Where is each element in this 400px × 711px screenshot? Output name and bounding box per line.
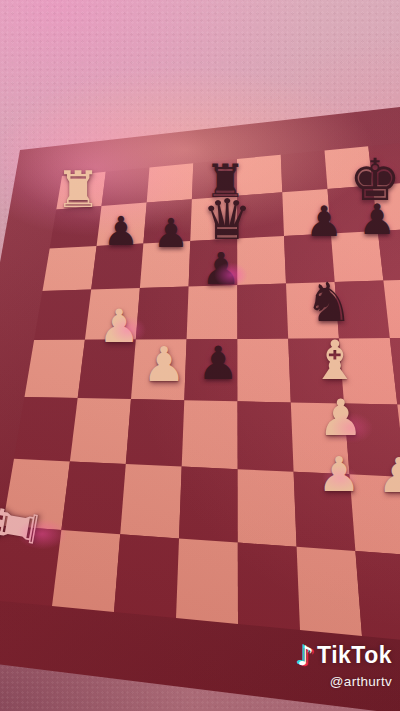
tiktok-watermark: ♪ TikTok @arthurtv [297,640,392,689]
square-b4 [78,340,136,400]
square-a2 [3,459,70,530]
creator-handle: @arthurtv [297,674,392,689]
square-g4 [339,338,397,404]
square-c2 [120,464,182,538]
square-a6 [43,246,97,291]
square-b1 [52,530,120,612]
square-d5 [187,285,238,339]
square-b5 [85,288,140,340]
square-f1 [297,547,362,636]
tiktok-brand-label: TikTok [317,642,392,669]
square-g7 [328,185,378,233]
board-squares [0,142,400,648]
square-a8 [56,172,106,210]
square-f4 [288,338,344,403]
square-f6 [284,234,335,284]
square-c6 [140,241,190,288]
square-e5 [237,284,288,340]
square-b6 [91,244,143,290]
square-c1 [114,534,179,618]
square-d7 [190,196,237,241]
square-d4 [184,339,237,401]
square-f5 [286,282,339,339]
square-d3 [182,400,238,469]
square-g2 [350,474,400,555]
square-f8 [281,151,328,193]
square-e8 [237,155,282,196]
square-e6 [237,236,286,285]
square-e2 [238,469,297,547]
square-f2 [294,472,356,551]
square-c5 [136,287,189,340]
square-e4 [237,339,290,403]
square-a3 [14,397,78,462]
square-c4 [131,339,187,400]
square-d6 [189,239,238,287]
square-f7 [282,189,331,236]
chess-board [0,0,400,711]
square-b7 [97,203,147,246]
square-b8 [102,168,150,207]
square-c7 [143,199,192,243]
square-f3 [291,402,350,474]
square-e7 [237,192,284,238]
square-a5 [34,289,91,340]
square-g8 [325,146,373,189]
square-g1 [355,551,400,642]
square-h8 [368,142,400,185]
square-d1 [176,538,238,624]
square-a1 [0,526,61,606]
square-e1 [238,543,300,630]
square-a4 [25,340,85,398]
square-g5 [335,281,390,339]
square-c3 [126,399,185,467]
video-frame: ♜♚♜♟♟♛♟♟♟♞♟♟♟♝♟♟♟♜ ♪ TikTok @arthurtv [0,0,400,711]
square-c8 [147,163,194,202]
music-note-icon: ♪ [297,640,314,671]
square-g6 [331,231,384,282]
square-b3 [70,398,131,464]
square-d2 [179,467,238,543]
square-a7 [50,206,102,248]
square-g3 [344,403,400,477]
square-b2 [61,461,125,534]
square-d8 [192,159,237,199]
square-e3 [238,401,294,471]
